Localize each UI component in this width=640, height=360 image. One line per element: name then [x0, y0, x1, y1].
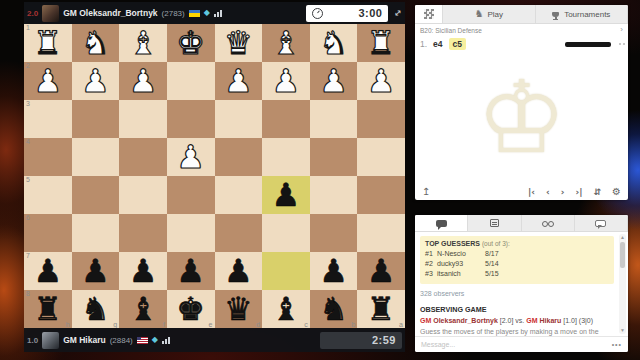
square-c2[interactable]: ♟ — [262, 62, 310, 100]
square-g4[interactable] — [72, 138, 120, 176]
top-player-name[interactable]: GM Oleksandr_Bortnyk — [63, 8, 157, 18]
move-list: 1. e4 c5 — [415, 36, 628, 53]
square-d4[interactable] — [215, 138, 263, 176]
tab-chat[interactable] — [415, 215, 468, 231]
chat-input[interactable]: Message... — [421, 341, 455, 348]
square-e8[interactable]: e♚ — [167, 290, 215, 328]
square-h1[interactable]: 1♜ — [24, 24, 72, 62]
square-a6[interactable] — [357, 214, 405, 252]
square-g6[interactable] — [72, 214, 120, 252]
nav-last-button[interactable]: ›| — [575, 187, 582, 197]
diamond-membership-icon: ◆ — [204, 9, 210, 17]
white-pawn: ♟ — [224, 65, 253, 97]
opening-name-row[interactable]: B20: Sicilian Defense › — [415, 24, 628, 36]
black-rook: ♜ — [33, 293, 62, 325]
tab-notes[interactable] — [468, 215, 521, 231]
main-tabbar: ♞ Play Tournaments — [415, 5, 628, 24]
bottom-player-score: 1.0 — [27, 336, 38, 345]
white-pawn: ♟ — [81, 65, 110, 97]
black-bishop: ♝ — [272, 293, 301, 325]
top-player-bar: 2.0 GM Oleksandr_Bortnyk (2783) ◆ 3:00 ↔ — [24, 2, 405, 24]
white-bishop: ♝ — [129, 27, 158, 59]
move-white[interactable]: e4 — [433, 39, 442, 49]
square-h4[interactable]: 4 — [24, 138, 72, 176]
chat-body: TOP GUESSERS (out of 3): #1 N-Nescio 8/1… — [415, 232, 628, 336]
square-b3[interactable] — [310, 100, 358, 138]
square-f2[interactable]: ♟ — [119, 62, 167, 100]
white-pawn: ♟ — [176, 141, 205, 173]
square-b6[interactable] — [310, 214, 358, 252]
square-d8[interactable]: d♛ — [215, 290, 263, 328]
square-f6[interactable] — [119, 214, 167, 252]
board-grid-icon — [424, 9, 434, 19]
guesser-score: 8/17 — [485, 249, 515, 259]
square-c4[interactable] — [262, 138, 310, 176]
clock-icon — [312, 8, 323, 19]
square-a2[interactable]: ♟ — [357, 62, 405, 100]
square-f4[interactable] — [119, 138, 167, 176]
knight-icon: ♞ — [474, 9, 483, 19]
guesser-row: #1 N-Nescio 8/17 — [425, 249, 609, 259]
chat-bubble-icon — [436, 220, 447, 227]
black-king: ♚ — [176, 293, 205, 325]
square-d6[interactable] — [215, 214, 263, 252]
black-knight: ♞ — [81, 293, 110, 325]
guesser-rank: #1 — [425, 249, 437, 259]
square-a1[interactable]: ♜ — [357, 24, 405, 62]
player1-link[interactable]: Oleksandr_Bortnyk — [433, 317, 498, 324]
game-info-line: GM Oleksandr_Bortnyk [2.0] vs. GM Hikaru… — [420, 316, 614, 326]
white-bishop: ♝ — [272, 27, 301, 59]
square-g5[interactable] — [72, 176, 120, 214]
tab-tournaments-label: Tournaments — [564, 10, 610, 19]
guesser-rank: #2 — [425, 259, 437, 269]
chat-menu-dots[interactable]: ••• — [612, 341, 622, 348]
square-d5[interactable] — [215, 176, 263, 214]
top-player-rating: (2783) — [162, 9, 185, 18]
moves-toolbar: ↥ |‹ ‹ › ›| ⇵ ⚙ — [415, 183, 628, 200]
square-c1[interactable]: ♝ — [262, 24, 310, 62]
nav-first-button[interactable]: |‹ — [528, 187, 535, 197]
square-b5[interactable] — [310, 176, 358, 214]
white-pawn: ♟ — [33, 65, 62, 97]
square-e1[interactable]: ♚ — [167, 24, 215, 62]
scrollbar-thumb[interactable] — [620, 242, 625, 268]
square-d3[interactable] — [215, 100, 263, 138]
square-c3[interactable] — [262, 100, 310, 138]
opening-name: B20: Sicilian Defense — [420, 27, 482, 34]
white-pawn: ♟ — [319, 65, 348, 97]
square-d2[interactable]: ♟ — [215, 62, 263, 100]
square-b8[interactable]: b♞ — [310, 290, 358, 328]
square-e7[interactable]: ♟ — [167, 252, 215, 290]
square-f7[interactable]: ♟ — [119, 252, 167, 290]
rank-label: 7 — [26, 252, 30, 259]
tab-tournaments[interactable]: Tournaments — [536, 5, 629, 23]
top-player-avatar[interactable] — [42, 5, 59, 22]
file-label: d — [256, 321, 260, 328]
white-rook: ♜ — [367, 27, 396, 59]
guesser-score: 5/14 — [485, 259, 515, 269]
square-d1[interactable]: ♛ — [215, 24, 263, 62]
square-c7[interactable] — [262, 252, 310, 290]
stream-game-window: 2.0 GM Oleksandr_Bortnyk (2783) ◆ 3:00 ↔… — [24, 2, 405, 352]
score-timecontrol: [1.0] (3|0) — [563, 317, 593, 324]
nav-controls: |‹ ‹ › ›| ⇵ ⚙ — [528, 186, 621, 197]
square-h3[interactable]: 3 — [24, 100, 72, 138]
square-f8[interactable]: f♝ — [119, 290, 167, 328]
black-pawn: ♟ — [367, 255, 396, 287]
file-label: f — [163, 321, 165, 328]
black-bishop: ♝ — [129, 293, 158, 325]
black-pawn: ♟ — [272, 179, 301, 211]
black-pawn: ♟ — [81, 255, 110, 287]
rank-label: 1 — [26, 24, 30, 31]
rank-label: 3 — [26, 100, 30, 107]
square-b7[interactable]: ♟ — [310, 252, 358, 290]
observers-total: 328 observers — [420, 289, 614, 299]
black-pawn: ♟ — [33, 255, 62, 287]
square-a8[interactable]: a♜ — [357, 290, 405, 328]
chevron-right-icon: › — [620, 26, 623, 34]
progress-bar — [565, 42, 611, 47]
black-pawn: ♟ — [224, 255, 253, 287]
black-pawn: ♟ — [129, 255, 158, 287]
top-player-score: 2.0 — [27, 9, 38, 18]
connection-signal-icon — [214, 9, 222, 17]
top-clock-time: 3:00 — [358, 7, 382, 19]
bottom-player-name[interactable]: GM Hikaru — [63, 335, 106, 345]
notes-icon — [490, 219, 499, 227]
move-black-current[interactable]: c5 — [449, 38, 466, 50]
bottom-player-avatar[interactable] — [42, 332, 59, 349]
rank-label: 6 — [26, 214, 30, 221]
top-guessers-title: TOP GUESSERS — [425, 240, 480, 247]
chess-board: Kotenok 1♜♞♝♚♛♝♞♜2♟♟♟♟♟♟♟34♟5♟67♟♟♟♟♟♟♟8… — [24, 24, 405, 328]
black-pawn: ♟ — [319, 255, 348, 287]
gm-tag: GM — [526, 317, 537, 324]
white-knight: ♞ — [319, 27, 348, 59]
square-g2[interactable]: ♟ — [72, 62, 120, 100]
square-a3[interactable] — [357, 100, 405, 138]
white-king: ♚ — [176, 27, 205, 59]
move-number: 1. — [420, 39, 427, 49]
tab-play[interactable]: ♞ Play — [443, 5, 536, 23]
rank-label: 2 — [26, 62, 30, 69]
black-pawn: ♟ — [176, 255, 205, 287]
chat-tabbar — [415, 215, 628, 232]
black-rook: ♜ — [367, 293, 396, 325]
white-knight: ♞ — [81, 27, 110, 59]
square-e6[interactable] — [167, 214, 215, 252]
flip-board-button[interactable]: ⇵ — [593, 187, 601, 197]
white-pawn: ♟ — [272, 65, 301, 97]
top-player-clock: 3:00 — [306, 5, 388, 22]
moves-panel: ♞ Play Tournaments B20: Sicilian Defense… — [415, 5, 628, 200]
guesser-score: 5/15 — [485, 269, 515, 279]
black-knight: ♞ — [319, 293, 348, 325]
bottom-player-rating: (2884) — [110, 336, 133, 345]
file-label: b — [351, 321, 355, 328]
black-queen: ♛ — [224, 293, 253, 325]
square-e3[interactable] — [167, 100, 215, 138]
usa-flag-icon — [137, 337, 148, 344]
top-guessers-box: TOP GUESSERS (out of 3): #1 N-Nescio 8/1… — [420, 236, 614, 284]
square-a4[interactable] — [357, 138, 405, 176]
white-pawn: ♟ — [129, 65, 158, 97]
bottom-player-bar: 1.0 GM Hikaru (2884) ◆ 2:59 — [24, 328, 405, 352]
square-g7[interactable]: ♟ — [72, 252, 120, 290]
guesser-row: #2 ducky93 5/14 — [425, 259, 609, 269]
bar-end-marks — [619, 43, 621, 45]
scroll-down-icon[interactable]: ▼ — [620, 327, 625, 334]
tab-board[interactable] — [415, 5, 443, 23]
square-a7[interactable]: ♟ — [357, 252, 405, 290]
square-c8[interactable]: c♝ — [262, 290, 310, 328]
square-d7[interactable]: ♟ — [215, 252, 263, 290]
guesser-name[interactable]: N-Nescio — [437, 249, 485, 259]
diamond-membership-icon: ◆ — [152, 336, 158, 344]
gm-tag: GM — [420, 317, 431, 324]
rank-label: 5 — [26, 176, 30, 183]
trophy-icon — [552, 12, 559, 17]
bottom-clock-time: 2:59 — [372, 334, 396, 346]
gear-icon[interactable]: ⚙ — [612, 186, 621, 197]
expand-icon[interactable]: ↔ — [392, 7, 404, 19]
square-g8[interactable]: g♞ — [72, 290, 120, 328]
square-b4[interactable] — [310, 138, 358, 176]
square-f1[interactable]: ♝ — [119, 24, 167, 62]
tab-observers[interactable] — [522, 215, 575, 231]
square-e2[interactable] — [167, 62, 215, 100]
file-label: c — [304, 321, 308, 328]
square-f3[interactable] — [119, 100, 167, 138]
bottom-player-clock: 2:59 — [320, 332, 402, 349]
white-queen: ♛ — [224, 27, 253, 59]
tab-broadcast[interactable] — [575, 215, 628, 231]
king-watermark-area: ♔ — [415, 53, 628, 183]
chat-scrollbar[interactable]: ▲ ▼ — [619, 234, 626, 334]
square-h2[interactable]: 2♟ — [24, 62, 72, 100]
square-e4[interactable]: ♟ — [167, 138, 215, 176]
square-b1[interactable]: ♞ — [310, 24, 358, 62]
nav-next-button[interactable]: › — [561, 187, 565, 197]
share-icon[interactable]: ↥ — [422, 187, 430, 197]
square-g1[interactable]: ♞ — [72, 24, 120, 62]
square-a5[interactable] — [357, 176, 405, 214]
square-b2[interactable]: ♟ — [310, 62, 358, 100]
square-c5[interactable]: ♟ — [262, 176, 310, 214]
chat-panel: TOP GUESSERS (out of 3): #1 N-Nescio 8/1… — [415, 215, 628, 352]
file-label: e — [209, 321, 213, 328]
ukraine-flag-icon — [189, 10, 200, 17]
nav-prev-button[interactable]: ‹ — [546, 187, 550, 197]
guesser-name[interactable]: itsanich — [437, 269, 485, 279]
square-h5[interactable]: 5 — [24, 176, 72, 214]
chat-input-row: Message... ••• — [415, 336, 628, 352]
binoculars-icon — [542, 220, 554, 227]
white-king-watermark: ♔ — [477, 68, 567, 168]
chat-bubble-outline-icon — [595, 220, 606, 227]
scroll-up-icon[interactable]: ▲ — [620, 234, 625, 241]
guesser-row: #3 itsanich 5/15 — [425, 269, 609, 279]
white-rook: ♜ — [33, 27, 62, 59]
observing-game-title: OBSERVING GAME — [420, 305, 614, 315]
file-label: a — [399, 321, 403, 328]
rank-label: 8 — [26, 290, 30, 297]
score-vs: [2.0] vs. — [500, 317, 525, 324]
square-g3[interactable] — [72, 100, 120, 138]
square-c6[interactable] — [262, 214, 310, 252]
white-pawn: ♟ — [367, 65, 396, 97]
guesser-rank: #3 — [425, 269, 437, 279]
square-h7[interactable]: 7♟ — [24, 252, 72, 290]
connection-signal-icon — [162, 336, 170, 344]
top-guessers-note: (out of 3): — [482, 240, 510, 247]
square-h8[interactable]: 8h♜ — [24, 290, 72, 328]
file-label: h — [66, 321, 70, 328]
file-label: g — [113, 321, 117, 328]
square-e5[interactable] — [167, 176, 215, 214]
player2-link[interactable]: Hikaru — [539, 317, 561, 324]
square-f5[interactable] — [119, 176, 167, 214]
square-h6[interactable]: 6 — [24, 214, 72, 252]
guesser-name[interactable]: ducky93 — [437, 259, 485, 269]
rank-label: 4 — [26, 138, 30, 145]
tab-play-label: Play — [487, 10, 503, 19]
guess-description: Guess the moves of the players by making… — [420, 327, 608, 336]
